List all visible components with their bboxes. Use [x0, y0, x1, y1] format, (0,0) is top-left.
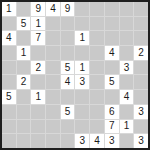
- cell-r1c1-clue[interactable]: 1: [2, 2, 16, 16]
- cell-r9c2[interactable]: [17, 120, 31, 134]
- cell-r6c3[interactable]: [31, 75, 45, 89]
- cell-r7c5[interactable]: [61, 90, 75, 104]
- cell-r4c10-clue[interactable]: 2: [134, 46, 148, 60]
- cell-r8c4[interactable]: [46, 105, 60, 119]
- cell-r2c1[interactable]: [2, 17, 16, 31]
- cell-r9c3[interactable]: [31, 120, 45, 134]
- cell-r8c5-clue[interactable]: 5: [61, 105, 75, 119]
- cell-r10c7-clue[interactable]: 4: [90, 134, 104, 148]
- cell-r10c2[interactable]: [17, 134, 31, 148]
- cell-r6c9[interactable]: [120, 75, 134, 89]
- cell-r8c8-clue[interactable]: 6: [105, 105, 119, 119]
- cell-r5c9-clue[interactable]: 3: [120, 61, 134, 75]
- cell-r8c6[interactable]: [75, 105, 89, 119]
- cell-r5c5-clue[interactable]: 5: [61, 61, 75, 75]
- cell-r1c3-clue[interactable]: 9: [31, 2, 45, 16]
- cell-r4c8-clue[interactable]: 4: [105, 46, 119, 60]
- cell-r6c6-clue[interactable]: 3: [75, 75, 89, 89]
- cell-r3c2[interactable]: [17, 31, 31, 45]
- cell-r7c4[interactable]: [46, 90, 60, 104]
- cell-r5c6-clue[interactable]: 1: [75, 61, 89, 75]
- cell-r2c2-clue[interactable]: 5: [17, 17, 31, 31]
- cell-r9c1[interactable]: [2, 120, 16, 134]
- cell-r3c8[interactable]: [105, 31, 119, 45]
- cell-r7c9-clue[interactable]: 4: [120, 90, 134, 104]
- cell-r7c6[interactable]: [75, 90, 89, 104]
- cell-r2c3-clue[interactable]: 1: [31, 17, 45, 31]
- cell-r6c8-clue[interactable]: 5: [105, 75, 119, 89]
- cell-r5c7[interactable]: [90, 61, 104, 75]
- cell-r10c6-clue[interactable]: 3: [75, 134, 89, 148]
- cell-r2c6[interactable]: [75, 17, 89, 31]
- cell-r9c5[interactable]: [61, 120, 75, 134]
- puzzle-board: 19495147114225132435514563713433: [0, 0, 150, 150]
- cell-r8c9[interactable]: [120, 105, 134, 119]
- cell-r2c5[interactable]: [61, 17, 75, 31]
- cell-r5c10[interactable]: [134, 61, 148, 75]
- cell-r6c2-clue[interactable]: 2: [17, 75, 31, 89]
- cell-r10c10-clue[interactable]: 3: [134, 134, 148, 148]
- cell-r1c6[interactable]: [75, 2, 89, 16]
- cell-r1c10[interactable]: [134, 2, 148, 16]
- cell-r2c7[interactable]: [90, 17, 104, 31]
- cell-r10c1[interactable]: [2, 134, 16, 148]
- cell-r5c2[interactable]: [17, 61, 31, 75]
- cell-r1c2[interactable]: [17, 2, 31, 16]
- cell-r4c1[interactable]: [2, 46, 16, 60]
- cell-r10c3[interactable]: [31, 134, 45, 148]
- cell-r7c2[interactable]: [17, 90, 31, 104]
- cell-r8c10-clue[interactable]: 3: [134, 105, 148, 119]
- cell-r5c8[interactable]: [105, 61, 119, 75]
- cell-r3c5[interactable]: [61, 31, 75, 45]
- cell-r5c3-clue[interactable]: 2: [31, 61, 45, 75]
- cell-r6c1[interactable]: [2, 75, 16, 89]
- cell-r7c8[interactable]: [105, 90, 119, 104]
- cell-r10c5[interactable]: [61, 134, 75, 148]
- cell-r4c3[interactable]: [31, 46, 45, 60]
- cell-r3c7[interactable]: [90, 31, 104, 45]
- cell-r3c4[interactable]: [46, 31, 60, 45]
- cell-r6c5-clue[interactable]: 4: [61, 75, 75, 89]
- cell-r8c2[interactable]: [17, 105, 31, 119]
- cell-r1c8[interactable]: [105, 2, 119, 16]
- cell-r10c8-clue[interactable]: 3: [105, 134, 119, 148]
- cell-r4c5[interactable]: [61, 46, 75, 60]
- cell-r1c5-clue[interactable]: 9: [61, 2, 75, 16]
- cell-r1c4-clue[interactable]: 4: [46, 2, 60, 16]
- cell-r6c4[interactable]: [46, 75, 60, 89]
- cell-r9c8-clue[interactable]: 7: [105, 120, 119, 134]
- cell-r9c7[interactable]: [90, 120, 104, 134]
- cell-r10c9[interactable]: [120, 134, 134, 148]
- cell-r3c1-clue[interactable]: 4: [2, 31, 16, 45]
- cell-r4c7[interactable]: [90, 46, 104, 60]
- cell-r3c3-clue[interactable]: 7: [31, 31, 45, 45]
- cell-r4c9[interactable]: [120, 46, 134, 60]
- cell-r6c10[interactable]: [134, 75, 148, 89]
- cell-r2c8[interactable]: [105, 17, 119, 31]
- cell-r4c2-clue[interactable]: 1: [17, 46, 31, 60]
- cell-r5c4[interactable]: [46, 61, 60, 75]
- cell-r10c4[interactable]: [46, 134, 60, 148]
- cell-r8c3[interactable]: [31, 105, 45, 119]
- cell-r2c10[interactable]: [134, 17, 148, 31]
- cell-r2c4[interactable]: [46, 17, 60, 31]
- cell-r4c6[interactable]: [75, 46, 89, 60]
- cell-r3c10[interactable]: [134, 31, 148, 45]
- cell-r9c6[interactable]: [75, 120, 89, 134]
- cell-r1c7[interactable]: [90, 2, 104, 16]
- cell-r8c1[interactable]: [2, 105, 16, 119]
- cell-r4c4[interactable]: [46, 46, 60, 60]
- cell-r7c10[interactable]: [134, 90, 148, 104]
- cell-r6c7[interactable]: [90, 75, 104, 89]
- cell-r1c9[interactable]: [120, 2, 134, 16]
- cell-r9c9-clue[interactable]: 1: [120, 120, 134, 134]
- cell-r9c10[interactable]: [134, 120, 148, 134]
- cell-r2c9[interactable]: [120, 17, 134, 31]
- cell-r8c7[interactable]: [90, 105, 104, 119]
- cell-r3c9[interactable]: [120, 31, 134, 45]
- cell-r7c3-clue[interactable]: 1: [31, 90, 45, 104]
- cell-r7c1-clue[interactable]: 5: [2, 90, 16, 104]
- cell-r3c6-clue[interactable]: 1: [75, 31, 89, 45]
- cell-r5c1[interactable]: [2, 61, 16, 75]
- cell-r9c4[interactable]: [46, 120, 60, 134]
- cell-r7c7[interactable]: [90, 90, 104, 104]
